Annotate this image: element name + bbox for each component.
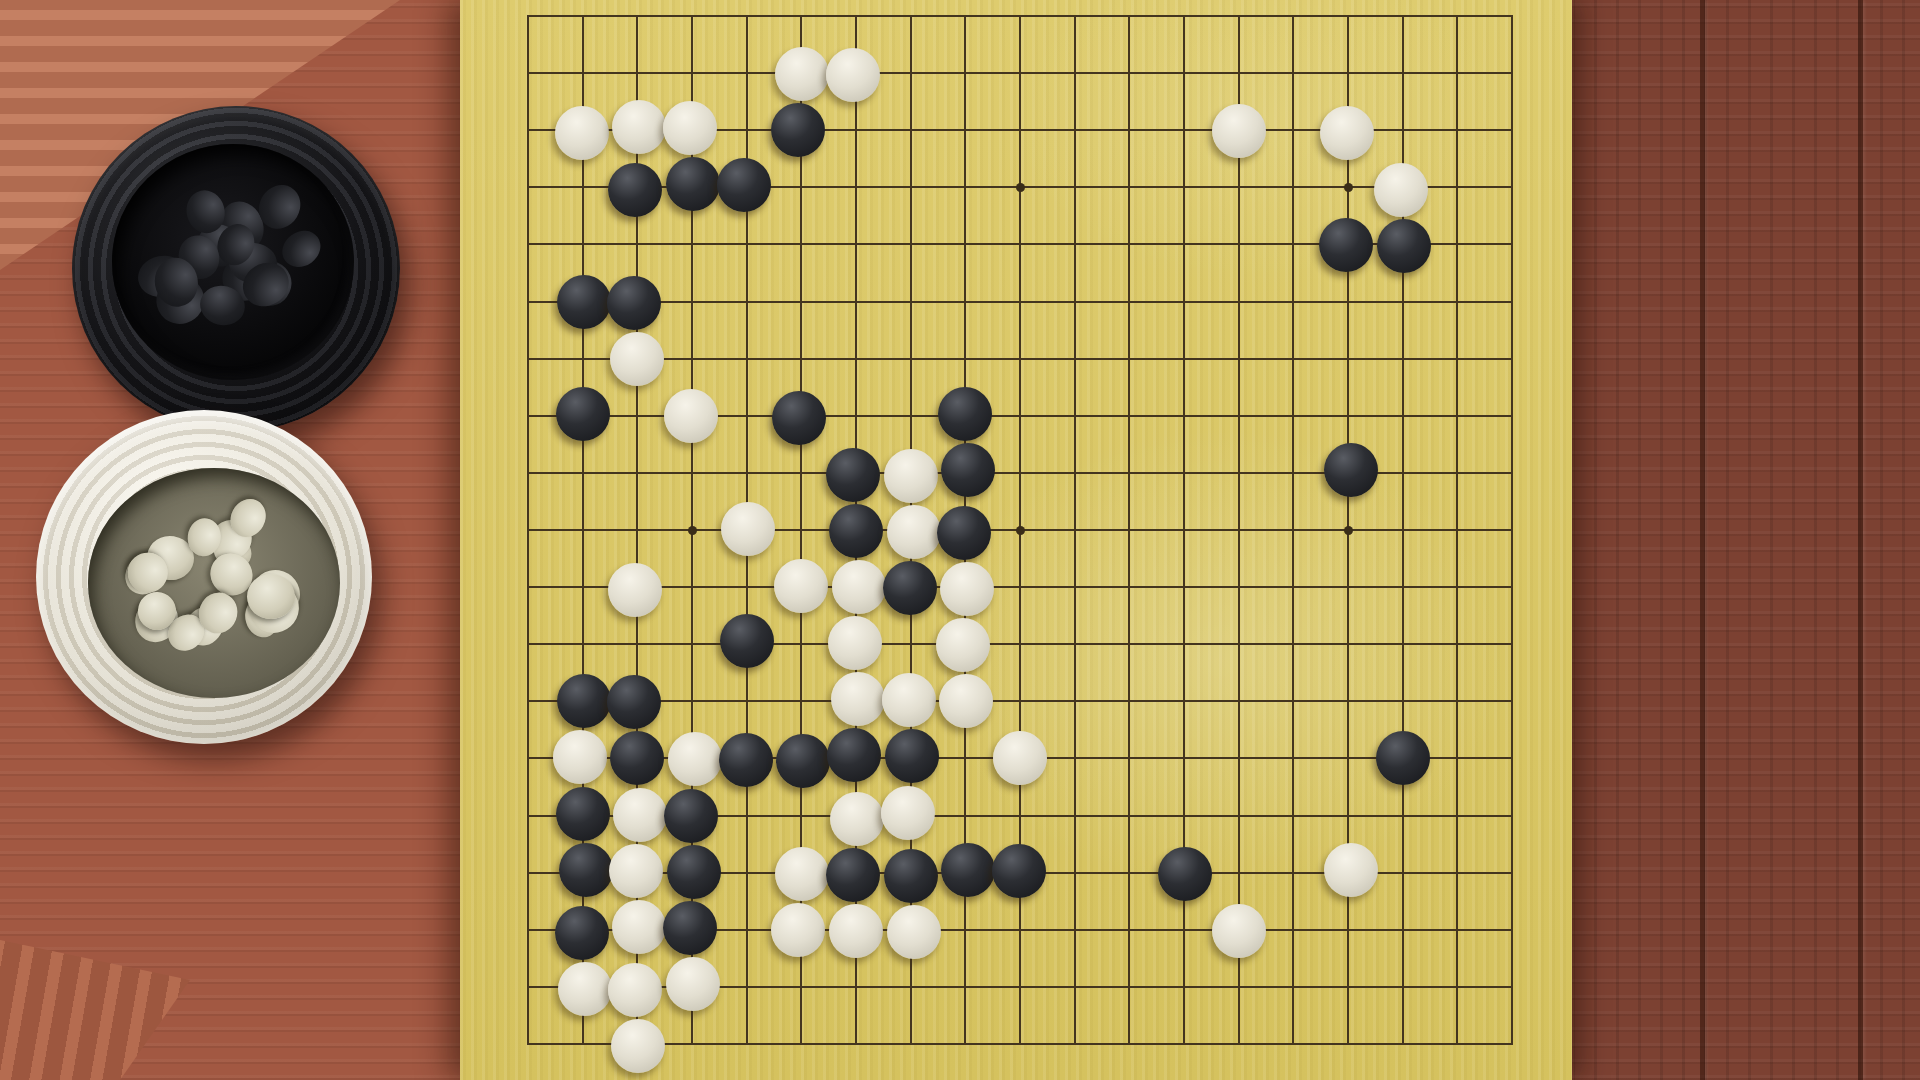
- black-stone[interactable]: [883, 561, 937, 615]
- white-stone[interactable]: [666, 957, 720, 1011]
- white-stone[interactable]: [612, 100, 666, 154]
- black-stone[interactable]: [664, 789, 718, 843]
- grid-line: [527, 700, 1513, 702]
- star-point: [1344, 183, 1353, 192]
- black-stone[interactable]: [607, 276, 661, 330]
- white-stone-bowl[interactable]: [36, 410, 372, 744]
- white-stone[interactable]: [721, 502, 775, 556]
- black-stone[interactable]: [610, 731, 664, 785]
- white-stone[interactable]: [608, 963, 662, 1017]
- black-stone[interactable]: [556, 787, 610, 841]
- white-stone[interactable]: [881, 786, 935, 840]
- black-stone-bowl[interactable]: [72, 106, 400, 432]
- black-stone[interactable]: [938, 387, 992, 441]
- star-point: [1344, 526, 1353, 535]
- wood-plank: [1572, 0, 1920, 1080]
- black-stone[interactable]: [1158, 847, 1212, 901]
- grid-line: [527, 586, 1513, 588]
- star-point: [688, 526, 697, 535]
- white-stone[interactable]: [936, 618, 990, 672]
- black-stone[interactable]: [827, 728, 881, 782]
- white-stone[interactable]: [884, 449, 938, 503]
- black-stone[interactable]: [826, 848, 880, 902]
- black-stone[interactable]: [1376, 731, 1430, 785]
- white-stone[interactable]: [553, 730, 607, 784]
- white-stone[interactable]: [832, 560, 886, 614]
- white-stone[interactable]: [609, 844, 663, 898]
- white-stone[interactable]: [829, 904, 883, 958]
- plank-seam: [1858, 0, 1863, 1080]
- white-stone[interactable]: [882, 673, 936, 727]
- black-stone[interactable]: [667, 845, 721, 899]
- white-stone[interactable]: [558, 962, 612, 1016]
- grid-line: [1238, 15, 1240, 1045]
- white-stone[interactable]: [828, 616, 882, 670]
- black-stone[interactable]: [826, 448, 880, 502]
- black-stone[interactable]: [1319, 218, 1373, 272]
- black-stone[interactable]: [557, 275, 611, 329]
- grid-line: [527, 643, 1513, 645]
- black-stone[interactable]: [1377, 219, 1431, 273]
- grid-line: [1074, 15, 1076, 1045]
- black-stone[interactable]: [557, 674, 611, 728]
- black-stone[interactable]: [663, 901, 717, 955]
- white-stone-in-bowl[interactable]: [247, 574, 295, 619]
- white-stone[interactable]: [939, 674, 993, 728]
- black-stone[interactable]: [608, 163, 662, 217]
- white-stone[interactable]: [887, 905, 941, 959]
- white-stone[interactable]: [610, 332, 664, 386]
- white-stone[interactable]: [668, 732, 722, 786]
- white-stone[interactable]: [771, 903, 825, 957]
- black-stone[interactable]: [771, 103, 825, 157]
- white-stone[interactable]: [830, 792, 884, 846]
- black-stone[interactable]: [666, 157, 720, 211]
- black-stone[interactable]: [941, 443, 995, 497]
- grid-line: [1292, 15, 1294, 1045]
- black-stone[interactable]: [937, 506, 991, 560]
- grid-line: [1511, 15, 1513, 1045]
- black-stone[interactable]: [720, 614, 774, 668]
- black-stone[interactable]: [607, 675, 661, 729]
- black-stone[interactable]: [719, 733, 773, 787]
- white-stone[interactable]: [993, 731, 1047, 785]
- black-stone[interactable]: [717, 158, 771, 212]
- white-stone[interactable]: [611, 1019, 665, 1073]
- grid-line: [1128, 15, 1130, 1045]
- star-point: [1016, 183, 1025, 192]
- star-point: [1016, 526, 1025, 535]
- black-stone[interactable]: [884, 849, 938, 903]
- white-stone[interactable]: [887, 505, 941, 559]
- black-stone[interactable]: [941, 843, 995, 897]
- white-stone[interactable]: [1320, 106, 1374, 160]
- white-stone[interactable]: [663, 101, 717, 155]
- black-bowl-opening: [112, 144, 354, 380]
- plank-seam: [1700, 0, 1705, 1080]
- black-stone[interactable]: [776, 734, 830, 788]
- white-stone[interactable]: [774, 559, 828, 613]
- white-stone[interactable]: [775, 47, 829, 101]
- black-stone[interactable]: [556, 387, 610, 441]
- white-stone[interactable]: [608, 563, 662, 617]
- white-stone[interactable]: [826, 48, 880, 102]
- black-stone[interactable]: [559, 843, 613, 897]
- white-bowl-opening: [88, 468, 340, 698]
- white-stone[interactable]: [1212, 904, 1266, 958]
- white-stone[interactable]: [664, 389, 718, 443]
- black-stone[interactable]: [829, 504, 883, 558]
- white-stone[interactable]: [831, 672, 885, 726]
- grid-line: [1456, 15, 1458, 1045]
- wood-plank: [0, 900, 260, 1080]
- black-stone[interactable]: [1324, 443, 1378, 497]
- black-stone[interactable]: [772, 391, 826, 445]
- white-stone[interactable]: [1212, 104, 1266, 158]
- white-stone[interactable]: [940, 562, 994, 616]
- black-stone[interactable]: [555, 906, 609, 960]
- white-stone[interactable]: [1324, 843, 1378, 897]
- white-stone[interactable]: [775, 847, 829, 901]
- go-board[interactable]: [460, 0, 1572, 1080]
- white-stone[interactable]: [613, 788, 667, 842]
- black-stone[interactable]: [885, 729, 939, 783]
- white-stone[interactable]: [555, 106, 609, 160]
- grid-line: [527, 1043, 1513, 1045]
- white-stone[interactable]: [612, 900, 666, 954]
- scene: [0, 0, 1920, 1080]
- white-stone[interactable]: [1374, 163, 1428, 217]
- black-stone[interactable]: [992, 844, 1046, 898]
